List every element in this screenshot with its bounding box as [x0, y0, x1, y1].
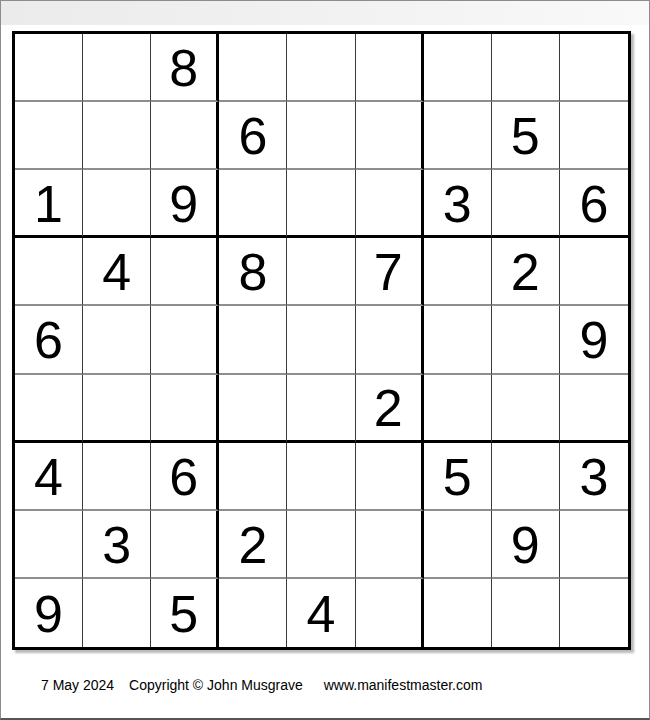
- page: 865193648726924653329954 7 May 2024 Copy…: [0, 0, 650, 720]
- cell-r9c2[interactable]: [83, 579, 151, 647]
- cell-r1c5[interactable]: [287, 34, 355, 102]
- cell-r2c1[interactable]: [15, 102, 83, 170]
- cell-r9c9[interactable]: [560, 579, 628, 647]
- cell-r5c4[interactable]: [219, 306, 287, 374]
- cell-r7c9-given: 3: [560, 443, 628, 511]
- footer-url: www.manifestmaster.com: [324, 677, 483, 693]
- cell-r1c8[interactable]: [492, 34, 560, 102]
- cell-r2c3[interactable]: [151, 102, 219, 170]
- footer-copyright: Copyright © John Musgrave: [129, 677, 303, 693]
- cell-r4c8-given: 2: [492, 238, 560, 306]
- cell-r7c6[interactable]: [356, 443, 424, 511]
- cell-r3c5[interactable]: [287, 170, 355, 238]
- cell-r9c3-given: 5: [151, 579, 219, 647]
- cell-r6c6-given: 2: [356, 375, 424, 443]
- cell-r5c7[interactable]: [424, 306, 492, 374]
- cell-r9c7[interactable]: [424, 579, 492, 647]
- cell-r5c8[interactable]: [492, 306, 560, 374]
- cell-r4c3[interactable]: [151, 238, 219, 306]
- cell-r3c7-given: 3: [424, 170, 492, 238]
- footer: 7 May 2024 Copyright © John Musgrave www…: [41, 677, 482, 693]
- cell-r1c1[interactable]: [15, 34, 83, 102]
- cell-r1c7[interactable]: [424, 34, 492, 102]
- cell-r9c4[interactable]: [219, 579, 287, 647]
- cell-r9c1-given: 9: [15, 579, 83, 647]
- cell-r6c1[interactable]: [15, 375, 83, 443]
- cell-r3c2[interactable]: [83, 170, 151, 238]
- cell-r6c8[interactable]: [492, 375, 560, 443]
- cell-r2c7[interactable]: [424, 102, 492, 170]
- cell-r7c1-given: 4: [15, 443, 83, 511]
- cell-r5c1-given: 6: [15, 306, 83, 374]
- cell-r8c4-given: 2: [219, 511, 287, 579]
- cell-r6c9[interactable]: [560, 375, 628, 443]
- cell-r1c3-given: 8: [151, 34, 219, 102]
- cell-r8c9[interactable]: [560, 511, 628, 579]
- cell-r8c6[interactable]: [356, 511, 424, 579]
- cell-r6c4[interactable]: [219, 375, 287, 443]
- cell-r5c2[interactable]: [83, 306, 151, 374]
- cell-r4c1[interactable]: [15, 238, 83, 306]
- footer-date: 7 May 2024: [41, 677, 114, 693]
- sudoku-grid: 865193648726924653329954: [12, 31, 631, 650]
- cell-r2c4-given: 6: [219, 102, 287, 170]
- cell-r6c2[interactable]: [83, 375, 151, 443]
- cell-r9c8[interactable]: [492, 579, 560, 647]
- cell-r2c5[interactable]: [287, 102, 355, 170]
- cell-r3c9-given: 6: [560, 170, 628, 238]
- cell-r4c2-given: 4: [83, 238, 151, 306]
- cell-r8c2-given: 3: [83, 511, 151, 579]
- cell-r5c6[interactable]: [356, 306, 424, 374]
- cell-r5c5[interactable]: [287, 306, 355, 374]
- cell-r3c1-given: 1: [15, 170, 83, 238]
- cell-r2c6[interactable]: [356, 102, 424, 170]
- cell-r1c6[interactable]: [356, 34, 424, 102]
- cell-r2c9[interactable]: [560, 102, 628, 170]
- cell-r5c3[interactable]: [151, 306, 219, 374]
- cell-r7c3-given: 6: [151, 443, 219, 511]
- cell-r7c8[interactable]: [492, 443, 560, 511]
- cell-r6c5[interactable]: [287, 375, 355, 443]
- cell-r8c7[interactable]: [424, 511, 492, 579]
- cell-r1c4[interactable]: [219, 34, 287, 102]
- cell-r8c8-given: 9: [492, 511, 560, 579]
- cell-r6c7[interactable]: [424, 375, 492, 443]
- cell-r4c5[interactable]: [287, 238, 355, 306]
- cell-r3c4[interactable]: [219, 170, 287, 238]
- cell-r7c5[interactable]: [287, 443, 355, 511]
- cell-r8c1[interactable]: [15, 511, 83, 579]
- cell-r4c6-given: 7: [356, 238, 424, 306]
- cell-r7c4[interactable]: [219, 443, 287, 511]
- cell-r9c5-given: 4: [287, 579, 355, 647]
- cell-r3c3-given: 9: [151, 170, 219, 238]
- cell-r1c9[interactable]: [560, 34, 628, 102]
- cell-r3c6[interactable]: [356, 170, 424, 238]
- cell-r7c7-given: 5: [424, 443, 492, 511]
- cell-r4c4-given: 8: [219, 238, 287, 306]
- cell-r1c2[interactable]: [83, 34, 151, 102]
- cell-r3c8[interactable]: [492, 170, 560, 238]
- cell-r9c6[interactable]: [356, 579, 424, 647]
- cell-r8c3[interactable]: [151, 511, 219, 579]
- cell-r7c2[interactable]: [83, 443, 151, 511]
- cell-r5c9-given: 9: [560, 306, 628, 374]
- cell-r2c8-given: 5: [492, 102, 560, 170]
- header-gradient-bar: [1, 1, 649, 25]
- cell-r8c5[interactable]: [287, 511, 355, 579]
- cell-r6c3[interactable]: [151, 375, 219, 443]
- cell-r4c9[interactable]: [560, 238, 628, 306]
- cell-r4c7[interactable]: [424, 238, 492, 306]
- cell-r2c2[interactable]: [83, 102, 151, 170]
